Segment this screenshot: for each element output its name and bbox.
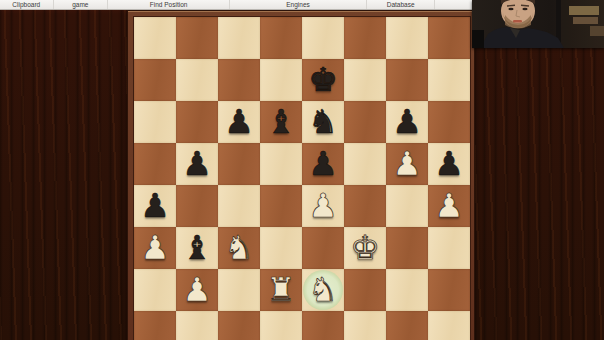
- square-d5[interactable]: [260, 143, 302, 185]
- square-f5[interactable]: [344, 143, 386, 185]
- square-h5[interactable]: ♟: [428, 143, 470, 185]
- square-e8[interactable]: [302, 17, 344, 59]
- menu-item-clipboard[interactable]: Clipboard: [0, 0, 54, 9]
- black-knight: ♞: [302, 101, 344, 143]
- menu-item-find-position[interactable]: Find Position: [108, 0, 230, 9]
- square-d8[interactable]: [260, 17, 302, 59]
- black-pawn: ♟: [428, 143, 470, 185]
- chess-board-frame: ♚♟♝♞♟♟♟♟♟♟♟♟♟♝♞♚♟♜♞: [127, 10, 475, 340]
- black-king: ♚: [302, 59, 344, 101]
- square-b3[interactable]: ♝: [176, 227, 218, 269]
- square-g5[interactable]: ♟: [386, 143, 428, 185]
- square-d6[interactable]: ♝: [260, 101, 302, 143]
- square-h3[interactable]: [428, 227, 470, 269]
- black-pawn: ♟: [386, 101, 428, 143]
- square-b4[interactable]: [176, 185, 218, 227]
- square-e3[interactable]: [302, 227, 344, 269]
- square-e2[interactable]: ♞: [302, 269, 344, 311]
- square-a4[interactable]: ♟: [134, 185, 176, 227]
- white-king: ♚: [344, 227, 386, 269]
- square-e5[interactable]: ♟: [302, 143, 344, 185]
- square-d7[interactable]: [260, 59, 302, 101]
- square-e1[interactable]: [302, 311, 344, 340]
- white-pawn: ♟: [134, 227, 176, 269]
- white-pawn: ♟: [176, 269, 218, 311]
- app-window: Clipboard game Find Position Engines Dat…: [0, 0, 604, 340]
- black-pawn: ♟: [134, 185, 176, 227]
- square-g3[interactable]: [386, 227, 428, 269]
- square-c8[interactable]: [218, 17, 260, 59]
- square-e7[interactable]: ♚: [302, 59, 344, 101]
- square-f7[interactable]: [344, 59, 386, 101]
- black-pawn: ♟: [302, 143, 344, 185]
- square-a7[interactable]: [134, 59, 176, 101]
- white-rook: ♜: [260, 269, 302, 311]
- square-e6[interactable]: ♞: [302, 101, 344, 143]
- chess-board: ♚♟♝♞♟♟♟♟♟♟♟♟♟♝♞♚♟♜♞: [133, 16, 471, 340]
- square-g6[interactable]: ♟: [386, 101, 428, 143]
- square-g2[interactable]: [386, 269, 428, 311]
- eye: [522, 8, 527, 10]
- square-h6[interactable]: [428, 101, 470, 143]
- square-b7[interactable]: [176, 59, 218, 101]
- square-d4[interactable]: [260, 185, 302, 227]
- white-knight: ♞: [302, 269, 344, 311]
- black-pawn: ♟: [176, 143, 218, 185]
- square-d3[interactable]: [260, 227, 302, 269]
- square-c5[interactable]: [218, 143, 260, 185]
- square-g4[interactable]: [386, 185, 428, 227]
- square-g7[interactable]: [386, 59, 428, 101]
- square-h7[interactable]: [428, 59, 470, 101]
- square-b5[interactable]: ♟: [176, 143, 218, 185]
- square-f6[interactable]: [344, 101, 386, 143]
- menu-item-database[interactable]: Database: [367, 0, 435, 9]
- square-b8[interactable]: [176, 17, 218, 59]
- square-g1[interactable]: [386, 311, 428, 340]
- square-f4[interactable]: [344, 185, 386, 227]
- square-f3[interactable]: ♚: [344, 227, 386, 269]
- square-c6[interactable]: ♟: [218, 101, 260, 143]
- shelf-box: [569, 6, 599, 15]
- shelf-box: [590, 26, 604, 36]
- square-a5[interactable]: [134, 143, 176, 185]
- lips: [513, 20, 522, 22]
- white-pawn: ♟: [302, 185, 344, 227]
- square-h2[interactable]: [428, 269, 470, 311]
- square-a1[interactable]: [134, 311, 176, 340]
- square-g8[interactable]: [386, 17, 428, 59]
- shadow-corner: [472, 30, 484, 48]
- square-b2[interactable]: ♟: [176, 269, 218, 311]
- square-b1[interactable]: [176, 311, 218, 340]
- shelf-box: [573, 17, 598, 24]
- white-knight: ♞: [218, 227, 260, 269]
- square-a2[interactable]: [134, 269, 176, 311]
- menu-item-engines[interactable]: Engines: [230, 0, 367, 9]
- menu-item-game[interactable]: game: [54, 0, 109, 9]
- square-c7[interactable]: [218, 59, 260, 101]
- square-f2[interactable]: [344, 269, 386, 311]
- black-bishop: ♝: [260, 101, 302, 143]
- square-c3[interactable]: ♞: [218, 227, 260, 269]
- square-h4[interactable]: ♟: [428, 185, 470, 227]
- square-h1[interactable]: [428, 311, 470, 340]
- square-h8[interactable]: [428, 17, 470, 59]
- white-pawn: ♟: [428, 185, 470, 227]
- webcam-overlay: [472, 0, 604, 48]
- square-f1[interactable]: [344, 311, 386, 340]
- square-a3[interactable]: ♟: [134, 227, 176, 269]
- square-f8[interactable]: [344, 17, 386, 59]
- square-c1[interactable]: [218, 311, 260, 340]
- square-e4[interactable]: ♟: [302, 185, 344, 227]
- black-pawn: ♟: [218, 101, 260, 143]
- square-c2[interactable]: [218, 269, 260, 311]
- square-a8[interactable]: [134, 17, 176, 59]
- square-d2[interactable]: ♜: [260, 269, 302, 311]
- webcam-video: [472, 0, 604, 48]
- square-a6[interactable]: [134, 101, 176, 143]
- white-pawn: ♟: [386, 143, 428, 185]
- square-d1[interactable]: [260, 311, 302, 340]
- square-b6[interactable]: [176, 101, 218, 143]
- eye: [508, 8, 513, 10]
- square-c4[interactable]: [218, 185, 260, 227]
- black-bishop: ♝: [176, 227, 218, 269]
